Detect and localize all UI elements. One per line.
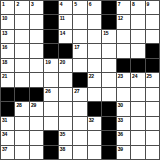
clue-number-9: 9 <box>147 1 150 7</box>
clue-number-21: 21 <box>2 73 7 79</box>
entry-square-r4c6[interactable]: 17 <box>73 44 86 57</box>
clue-number-12: 12 <box>118 15 123 21</box>
entry-square-r5c7[interactable] <box>88 59 101 72</box>
entry-square-r8c11[interactable] <box>146 102 159 115</box>
entry-square-r4c2[interactable] <box>15 44 28 57</box>
entry-square-r3c9[interactable] <box>117 30 130 43</box>
black-square-r9c8 <box>102 117 115 130</box>
clue-number-29: 29 <box>31 102 36 108</box>
entry-square-r9c4[interactable] <box>44 117 57 130</box>
clue-number-14: 14 <box>60 30 65 36</box>
entry-square-r6c7[interactable]: 22 <box>88 73 101 86</box>
clue-number-1: 1 <box>2 1 5 7</box>
entry-square-r3c8[interactable]: 15 <box>102 30 115 43</box>
black-square-r8c8 <box>102 102 115 115</box>
black-square-r1c4 <box>44 1 57 14</box>
entry-square-r9c2[interactable] <box>15 117 28 130</box>
clue-number-16: 16 <box>2 44 7 50</box>
clue-number-15: 15 <box>103 30 108 36</box>
clue-number-32: 32 <box>89 117 94 123</box>
entry-square-r4c8[interactable] <box>102 44 115 57</box>
clue-number-22: 22 <box>89 73 94 79</box>
entry-square-r10c1[interactable]: 34 <box>1 131 14 144</box>
black-square-r5c10 <box>131 59 144 72</box>
entry-square-r4c9[interactable] <box>117 44 130 57</box>
entry-square-r1c9[interactable]: 7 <box>117 1 130 14</box>
entry-square-r2c2[interactable] <box>15 15 28 28</box>
clue-number-7: 7 <box>118 1 121 7</box>
clue-number-11: 11 <box>60 15 65 21</box>
clue-number-19: 19 <box>45 59 50 65</box>
clue-number-35: 35 <box>60 131 65 137</box>
entry-square-r11c11[interactable] <box>146 146 159 159</box>
entry-square-r11c6[interactable] <box>73 146 86 159</box>
entry-square-r3c10[interactable] <box>131 30 144 43</box>
entry-square-r3c2[interactable] <box>15 30 28 43</box>
clue-number-24: 24 <box>132 73 137 79</box>
entry-square-r6c3[interactable] <box>30 73 43 86</box>
entry-square-r11c10[interactable] <box>131 146 144 159</box>
entry-square-r2c11[interactable] <box>146 15 159 28</box>
entry-square-r7c8[interactable] <box>102 88 115 101</box>
black-square-r5c11 <box>146 59 159 72</box>
black-square-r11c4 <box>44 146 57 159</box>
entry-square-r5c3[interactable] <box>30 59 43 72</box>
entry-square-r6c11[interactable]: 25 <box>146 73 159 86</box>
clue-number-20: 20 <box>60 59 65 65</box>
entry-square-r5c8[interactable] <box>102 59 115 72</box>
entry-square-r2c1[interactable]: 10 <box>1 15 14 28</box>
black-square-r2c4 <box>44 15 57 28</box>
clue-number-5: 5 <box>74 1 77 7</box>
entry-square-r5c2[interactable] <box>15 59 28 72</box>
entry-square-r10c6[interactable] <box>73 131 86 144</box>
entry-square-r6c1[interactable]: 21 <box>1 73 14 86</box>
entry-square-r9c9[interactable]: 33 <box>117 117 130 130</box>
black-square-r7c2 <box>15 88 28 101</box>
entry-square-r6c2[interactable] <box>15 73 28 86</box>
clue-number-33: 33 <box>118 117 123 123</box>
clue-number-36: 36 <box>118 131 123 137</box>
entry-square-r9c1[interactable]: 31 <box>1 117 14 130</box>
entry-square-r6c9[interactable]: 23 <box>117 73 130 86</box>
entry-square-r11c9[interactable]: 39 <box>117 146 130 159</box>
black-square-r8c1 <box>1 102 14 115</box>
clue-number-8: 8 <box>132 1 135 7</box>
entry-square-r1c2[interactable]: 2 <box>15 1 28 14</box>
entry-square-r7c9[interactable] <box>117 88 130 101</box>
black-square-r11c8 <box>102 146 115 159</box>
clue-number-39: 39 <box>118 146 123 152</box>
crossword-grid: 1234567891011121314151617181920212223242… <box>0 0 160 160</box>
entry-square-r3c5[interactable]: 14 <box>59 30 72 43</box>
entry-square-r10c10[interactable] <box>131 131 144 144</box>
black-square-r10c4 <box>44 131 57 144</box>
black-square-r4c4 <box>44 44 57 57</box>
entry-square-r5c4[interactable]: 19 <box>44 59 57 72</box>
clue-number-27: 27 <box>74 88 79 94</box>
entry-square-r2c5[interactable]: 11 <box>59 15 72 28</box>
clue-number-28: 28 <box>16 102 21 108</box>
entry-square-r7c11[interactable] <box>146 88 159 101</box>
entry-square-r1c3[interactable]: 3 <box>30 1 43 14</box>
entry-square-r3c3[interactable] <box>30 30 43 43</box>
entry-square-r3c1[interactable]: 13 <box>1 30 14 43</box>
entry-square-r4c10[interactable] <box>131 44 144 57</box>
clue-number-38: 38 <box>60 146 65 152</box>
black-square-r4c11 <box>146 44 159 57</box>
entry-square-r11c2[interactable] <box>15 146 28 159</box>
entry-square-r7c6[interactable]: 27 <box>73 88 86 101</box>
entry-square-r1c5[interactable]: 4 <box>59 1 72 14</box>
entry-square-r6c8[interactable] <box>102 73 115 86</box>
black-square-r1c8 <box>102 1 115 14</box>
entry-square-r9c5[interactable] <box>59 117 72 130</box>
entry-square-r8c9[interactable]: 30 <box>117 102 130 115</box>
clue-number-31: 31 <box>2 117 7 123</box>
entry-square-r10c9[interactable]: 36 <box>117 131 130 144</box>
entry-square-r7c4[interactable]: 26 <box>44 88 57 101</box>
entry-square-r7c5[interactable] <box>59 88 72 101</box>
clue-number-37: 37 <box>2 146 7 152</box>
entry-square-r8c10[interactable] <box>131 102 144 115</box>
black-square-r8c7 <box>88 102 101 115</box>
black-square-r2c8 <box>102 15 115 28</box>
black-square-r4c5 <box>59 44 72 57</box>
clue-number-2: 2 <box>16 1 19 7</box>
entry-square-r1c11[interactable]: 9 <box>146 1 159 14</box>
entry-square-r9c10[interactable] <box>131 117 144 130</box>
entry-square-r4c7[interactable] <box>88 44 101 57</box>
entry-square-r4c1[interactable]: 16 <box>1 44 14 57</box>
entry-square-r5c5[interactable]: 20 <box>59 59 72 72</box>
clue-number-30: 30 <box>118 102 123 108</box>
entry-square-r2c10[interactable] <box>131 15 144 28</box>
entry-square-r5c6[interactable] <box>73 59 86 72</box>
clue-number-17: 17 <box>74 44 79 50</box>
entry-square-r2c6[interactable] <box>73 15 86 28</box>
entry-square-r3c6[interactable] <box>73 30 86 43</box>
entry-square-r9c11[interactable] <box>146 117 159 130</box>
black-square-r6c6 <box>73 73 86 86</box>
entry-square-r6c5[interactable] <box>59 73 72 86</box>
clue-number-23: 23 <box>118 73 123 79</box>
entry-square-r2c7[interactable] <box>88 15 101 28</box>
black-square-r3c4 <box>44 30 57 43</box>
clue-number-13: 13 <box>2 30 7 36</box>
clue-number-26: 26 <box>45 88 50 94</box>
entry-square-r6c4[interactable] <box>44 73 57 86</box>
entry-square-r7c7[interactable] <box>88 88 101 101</box>
entry-square-r11c5[interactable]: 38 <box>59 146 72 159</box>
entry-square-r4c3[interactable] <box>30 44 43 57</box>
clue-number-4: 4 <box>60 1 63 7</box>
entry-square-r1c10[interactable]: 8 <box>131 1 144 14</box>
entry-square-r9c7[interactable]: 32 <box>88 117 101 130</box>
entry-square-r8c6[interactable] <box>73 102 86 115</box>
black-square-r7c3 <box>30 88 43 101</box>
entry-square-r9c3[interactable] <box>30 117 43 130</box>
black-square-r5c9 <box>117 59 130 72</box>
clue-number-10: 10 <box>2 15 7 21</box>
entry-square-r3c11[interactable] <box>146 30 159 43</box>
entry-square-r2c9[interactable]: 12 <box>117 15 130 28</box>
entry-square-r6c10[interactable]: 24 <box>131 73 144 86</box>
clue-number-34: 34 <box>2 131 7 137</box>
entry-square-r10c11[interactable] <box>146 131 159 144</box>
entry-square-r8c5[interactable] <box>59 102 72 115</box>
entry-square-r3c7[interactable] <box>88 30 101 43</box>
entry-square-r8c2[interactable]: 28 <box>15 102 28 115</box>
entry-square-r10c5[interactable]: 35 <box>59 131 72 144</box>
entry-square-r11c3[interactable] <box>30 146 43 159</box>
entry-square-r10c7[interactable] <box>88 131 101 144</box>
entry-square-r7c10[interactable] <box>131 88 144 101</box>
black-square-r10c8 <box>102 131 115 144</box>
clue-number-6: 6 <box>89 1 92 7</box>
entry-square-r9c6[interactable] <box>73 117 86 130</box>
entry-square-r10c2[interactable] <box>15 131 28 144</box>
entry-square-r8c4[interactable] <box>44 102 57 115</box>
entry-square-r1c1[interactable]: 1 <box>1 1 14 14</box>
black-square-r7c1 <box>1 88 14 101</box>
entry-square-r1c7[interactable]: 6 <box>88 1 101 14</box>
entry-square-r1c6[interactable]: 5 <box>73 1 86 14</box>
entry-square-r11c1[interactable]: 37 <box>1 146 14 159</box>
clue-number-25: 25 <box>147 73 152 79</box>
entry-square-r8c3[interactable]: 29 <box>30 102 43 115</box>
entry-square-r11c7[interactable] <box>88 146 101 159</box>
entry-square-r5c1[interactable]: 18 <box>1 59 14 72</box>
clue-number-18: 18 <box>2 59 7 65</box>
entry-square-r2c3[interactable] <box>30 15 43 28</box>
clue-number-3: 3 <box>31 1 34 7</box>
entry-square-r10c3[interactable] <box>30 131 43 144</box>
